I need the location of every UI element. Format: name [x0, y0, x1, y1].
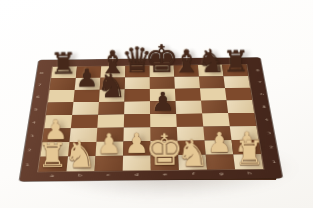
square-b1: ♞: [66, 156, 95, 171]
square-h3: [230, 126, 259, 140]
black-pawn-b7: ♟: [61, 65, 113, 91]
square-d7: [125, 77, 150, 89]
black-bishop-f8: ♝: [161, 45, 213, 78]
file-label-d: d: [123, 171, 151, 177]
file-label-b: b: [66, 172, 95, 178]
square-f4: [176, 113, 203, 127]
black-pawn-e5: ♟: [136, 89, 190, 116]
square-h1: ♜: [233, 154, 263, 169]
square-f7: [174, 77, 200, 89]
square-e7: [150, 77, 175, 89]
rank-label-left-6: 6: [35, 90, 47, 102]
square-d3: [123, 127, 150, 141]
square-e4: [150, 114, 177, 128]
board-frame: ♜♝♛♚♝♞♜♟♞♟♟♟♟♟♟♜♞♚♞♜ abcdefgh 87654321 8…: [20, 58, 283, 182]
square-c5: [98, 102, 124, 115]
rank-label-right-8: 8: [249, 64, 260, 76]
rank-label-left-8: 8: [39, 67, 50, 79]
square-e1: ♚: [151, 155, 179, 170]
square-f1: ♞: [178, 155, 207, 170]
square-a1: ♜: [38, 156, 68, 171]
rank-label-left-3: 3: [29, 129, 41, 143]
square-f6: [175, 88, 201, 101]
square-a7: [50, 78, 76, 90]
black-queen-d8: ♛: [111, 43, 163, 79]
square-e5: ♟: [150, 101, 176, 114]
rank-label-left-1: 1: [24, 157, 37, 172]
rank-label-left-4: 4: [31, 115, 43, 128]
square-b5: [72, 102, 99, 115]
square-e3: [150, 127, 177, 141]
square-a6: [48, 90, 75, 103]
black-bishop-c8: ♝: [87, 46, 139, 79]
square-b2: [68, 142, 96, 157]
square-f5: [175, 101, 202, 114]
rank-label-right-2: 2: [262, 140, 275, 154]
rank-label-right-6: 6: [253, 88, 265, 100]
square-g5: [201, 100, 228, 113]
square-a3: ♟: [42, 128, 70, 142]
board-tilt-wrapper: ♜♝♛♚♝♞♜♟♞♟♟♟♟♟♟♜♞♚♞♜ abcdefgh 87654321 8…: [0, 0, 313, 208]
square-g4: [202, 113, 230, 127]
square-f3: [177, 127, 205, 141]
square-c3: [96, 128, 123, 142]
square-c6: ♞: [99, 89, 125, 102]
square-h4: [228, 113, 256, 127]
rank-label-right-4: 4: [257, 113, 269, 126]
rank-label-right-7: 7: [251, 76, 263, 88]
square-b7: ♟: [75, 78, 101, 90]
board-grid: ♜♝♛♚♝♞♜♟♞♟♟♟♟♟♟♜♞♚♞♜: [38, 65, 263, 172]
rank-label-right-1: 1: [264, 154, 277, 169]
square-a4: [44, 115, 72, 129]
square-d8: ♛: [125, 66, 150, 78]
square-a5: [46, 102, 73, 115]
square-g2: ♟: [204, 140, 233, 155]
square-a2: [40, 142, 69, 157]
square-b6: [73, 90, 99, 103]
square-g7: [199, 76, 225, 88]
square-c7: [100, 77, 125, 89]
black-knight-c6: ♞: [85, 69, 138, 103]
square-c8: ♝: [100, 66, 125, 78]
rank-label-left-7: 7: [37, 78, 48, 90]
rank-label-left-5: 5: [33, 103, 45, 116]
square-h8: ♜: [222, 65, 248, 77]
square-b3: [69, 128, 97, 142]
square-e8: ♚: [150, 65, 175, 77]
square-h6: [225, 88, 252, 101]
rank-label-left-2: 2: [27, 142, 40, 156]
file-label-a: a: [37, 172, 66, 178]
square-h2: ♟: [231, 140, 260, 155]
black-rook-h8: ♜: [210, 47, 262, 77]
black-knight-g8: ♞: [185, 45, 237, 78]
square-f8: ♝: [174, 65, 199, 77]
square-g3: [203, 126, 231, 140]
square-d6: [124, 89, 150, 102]
rank-label-right-3: 3: [259, 126, 272, 140]
black-king-e8: ♚: [136, 40, 188, 79]
square-b8: [76, 66, 101, 78]
square-a8: ♜: [51, 67, 77, 79]
square-e6: [150, 89, 176, 102]
black-rook-a8: ♜: [37, 49, 89, 79]
square-b4: [71, 115, 98, 129]
square-h5: [227, 100, 255, 113]
file-coordinate-labels: abcdefgh: [37, 170, 264, 179]
square-g1: [206, 154, 235, 169]
square-d2: ♟: [123, 141, 151, 156]
square-f2: [177, 140, 205, 155]
square-d1: [123, 155, 151, 170]
square-e2: [150, 141, 178, 156]
square-c1: [95, 156, 123, 171]
square-h7: [224, 76, 251, 88]
file-label-c: c: [94, 172, 123, 178]
file-label-g: g: [207, 170, 236, 176]
square-c4: [97, 114, 124, 128]
square-c2: ♟: [96, 141, 124, 156]
square-g8: ♞: [198, 65, 224, 77]
chessboard: ♜♝♛♚♝♞♜♟♞♟♟♟♟♟♟♜♞♚♞♜ abcdefgh 87654321 8…: [20, 58, 283, 182]
file-label-h: h: [235, 170, 264, 176]
product-photo-scene: ♜♝♛♚♝♞♜♟♞♟♟♟♟♟♟♜♞♚♞♜ abcdefgh 87654321 8…: [0, 0, 313, 208]
file-label-f: f: [179, 171, 208, 177]
rank-label-right-5: 5: [255, 100, 267, 113]
square-d5: [124, 101, 150, 114]
file-label-e: e: [151, 171, 179, 177]
square-d4: [124, 114, 150, 128]
square-g6: [200, 88, 227, 101]
